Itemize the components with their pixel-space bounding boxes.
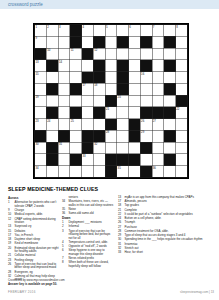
clue-number: 36 bbox=[62, 211, 68, 215]
grid-cell: 12 bbox=[94, 48, 105, 59]
grid-cell bbox=[164, 119, 175, 130]
black-cell bbox=[94, 131, 105, 142]
black-cell bbox=[35, 48, 46, 59]
cell-number: 24 bbox=[47, 119, 50, 122]
grid-cell bbox=[176, 60, 187, 71]
black-cell bbox=[176, 95, 187, 106]
clue-item: 6Sleep hygiene is one way to manage this… bbox=[62, 249, 114, 256]
clue-item: 5Opposite of "nod off", 2 words bbox=[62, 244, 114, 248]
black-cell bbox=[70, 25, 81, 36]
grid-cell bbox=[164, 95, 175, 106]
black-cell bbox=[94, 37, 105, 48]
black-cell bbox=[82, 48, 93, 59]
clue-item: 4Temperature-control unit, abbr. bbox=[62, 240, 114, 244]
clue-text: Top grades bbox=[125, 204, 139, 207]
cell-number: 18 bbox=[94, 84, 97, 87]
black-cell bbox=[94, 107, 105, 118]
clue-text: Charge bbox=[15, 208, 25, 211]
clue-item: 15Debates bbox=[8, 229, 59, 233]
header-band: crossword puzzle bbox=[0, 0, 219, 9]
grid-cell bbox=[152, 84, 163, 95]
clue-number: 9 bbox=[8, 208, 14, 212]
grid-cell bbox=[141, 25, 152, 36]
grid-cell bbox=[152, 154, 163, 165]
cell-number: 13 bbox=[36, 60, 39, 63]
clue-number: 2 bbox=[62, 225, 68, 229]
clue-number: 1 bbox=[8, 201, 14, 205]
cell-number: 7 bbox=[153, 25, 155, 28]
black-cell bbox=[141, 142, 152, 153]
grid-cell bbox=[35, 154, 46, 165]
grid-cell bbox=[176, 131, 187, 142]
clue-number: 32 bbox=[118, 246, 124, 250]
cell-number: 1 bbox=[36, 25, 38, 28]
grid-cell bbox=[70, 131, 81, 142]
grid-cell bbox=[58, 119, 69, 130]
black-cell bbox=[94, 60, 105, 71]
grid-cell bbox=[47, 72, 58, 83]
clue-number: 4 bbox=[62, 240, 68, 244]
clue-text: Stretch out bbox=[125, 246, 139, 249]
clue-number: 21 bbox=[118, 208, 124, 212]
header-label: crossword puzzle bbox=[8, 2, 43, 7]
clue-text: Feeling sleepy bbox=[15, 258, 34, 261]
clue-text: Spending time in the ___ helps regulate … bbox=[125, 238, 203, 241]
cell-number: 28 bbox=[106, 131, 109, 134]
grid-cell bbox=[58, 72, 69, 83]
clue-number: 24 bbox=[118, 216, 124, 220]
grid-cell: 31 bbox=[58, 142, 69, 153]
grid-cell bbox=[94, 166, 105, 177]
clue-number: 26 bbox=[8, 262, 14, 266]
grid-cell bbox=[58, 107, 69, 118]
grid-cell bbox=[94, 154, 105, 165]
clue-number: 21 bbox=[8, 254, 14, 258]
grid-cell: 24 bbox=[47, 119, 58, 130]
grid-cell: 10 bbox=[47, 48, 58, 59]
black-cell bbox=[70, 84, 81, 95]
clue-text: Daytime short sleep bbox=[15, 237, 41, 240]
grid-cell bbox=[47, 131, 58, 142]
black-cell bbox=[47, 154, 58, 165]
grid-cell bbox=[152, 131, 163, 142]
grid-cell: 22 bbox=[176, 107, 187, 118]
black-cell bbox=[105, 154, 116, 165]
footer-credit: Crossword by www.mycrosswordmaker.com bbox=[8, 279, 65, 282]
black-cell bbox=[152, 107, 163, 118]
clue-number: 33 bbox=[118, 250, 124, 254]
black-cell bbox=[141, 37, 152, 48]
grid-cell bbox=[117, 131, 128, 142]
grid-cell bbox=[129, 72, 140, 83]
clue-number: 3 bbox=[62, 229, 68, 233]
clue-item: 3Type of exercise that can be relaxing b… bbox=[62, 229, 114, 240]
grid-cell bbox=[152, 95, 163, 106]
black-cell bbox=[82, 131, 93, 142]
grid-cell bbox=[105, 84, 116, 95]
grid-cell bbox=[105, 37, 116, 48]
clue-number: 34 bbox=[62, 199, 68, 203]
grid-cell bbox=[82, 60, 93, 71]
black-cell bbox=[164, 37, 175, 48]
black-cell bbox=[94, 72, 105, 83]
grid-cell bbox=[129, 142, 140, 153]
clue-item: 26Type of exercise that can lead to bett… bbox=[8, 262, 59, 269]
grid-cell bbox=[82, 95, 93, 106]
black-cell bbox=[141, 60, 152, 71]
clue-item: 1Deployment ___ missions bbox=[62, 220, 114, 224]
clue-item: 17Almonds, pecans bbox=[118, 199, 216, 203]
grid-cell bbox=[164, 166, 175, 177]
clue-text: Evergreen, eg bbox=[15, 270, 33, 273]
grid-cell bbox=[35, 107, 46, 118]
cell-number: 30 bbox=[36, 142, 39, 145]
grid-cell: 34 bbox=[35, 166, 46, 177]
clue-item: 22It could be part of a "rainbow" select… bbox=[118, 212, 216, 216]
grid-cell bbox=[117, 107, 128, 118]
grid-cell bbox=[58, 95, 69, 106]
clue-text: Complete bbox=[125, 208, 137, 211]
clue-item: 12CPAP setting determined during titrati… bbox=[8, 217, 59, 224]
clue-number: 27 bbox=[118, 225, 124, 229]
black-cell bbox=[47, 60, 58, 71]
footer-answer-note: Answer key is available on page 50. bbox=[8, 283, 57, 286]
grid-cell: 28 bbox=[105, 131, 116, 142]
grid-cell bbox=[58, 154, 69, 165]
grid-cell bbox=[129, 48, 140, 59]
cell-number: 34 bbox=[36, 166, 39, 169]
clue-column-2: seniors34Mountains, trees, rivers, etc —… bbox=[62, 195, 114, 268]
grid-cell: 6 bbox=[129, 25, 140, 36]
black-cell bbox=[117, 72, 128, 83]
grid-cell: 8 bbox=[176, 25, 187, 36]
clue-text: Insomniac bbox=[125, 242, 138, 245]
clue-item: 2Informal bbox=[62, 225, 114, 229]
cell-number: 25 bbox=[71, 119, 74, 122]
clue-item: 29Type of sleep that occurs during stage… bbox=[118, 233, 216, 237]
grid-cell bbox=[152, 48, 163, 59]
cell-number: 16 bbox=[141, 72, 144, 75]
cell-number: 29 bbox=[141, 131, 144, 134]
grid-cell bbox=[117, 142, 128, 153]
grid-cell bbox=[164, 72, 175, 83]
black-cell bbox=[105, 166, 116, 177]
grid-cell bbox=[129, 95, 140, 106]
clue-number: 12 bbox=[8, 217, 14, 221]
grid-cell bbox=[164, 48, 175, 59]
cell-number: 4 bbox=[82, 25, 84, 28]
grid-cell bbox=[70, 142, 81, 153]
clue-text: Triumph bbox=[125, 221, 136, 224]
clue-item: 18Daytime short sleep bbox=[8, 237, 59, 241]
clue-text: You, in French bbox=[15, 233, 34, 236]
clue-text: Purchase bbox=[125, 225, 137, 228]
grid-cell bbox=[176, 142, 187, 153]
clue-text: Surprised cry bbox=[15, 225, 32, 228]
grid-cell bbox=[176, 154, 187, 165]
grid-cell: 11 bbox=[70, 48, 81, 59]
clue-number: 28 bbox=[118, 229, 124, 233]
clue-item: 21Cellular material bbox=[8, 254, 59, 258]
grid-cell bbox=[94, 119, 105, 130]
grid-cell: 21 bbox=[105, 107, 116, 118]
clue-item: 36Same-old same-old bbox=[62, 211, 114, 215]
grid-cell bbox=[176, 48, 187, 59]
black-cell bbox=[141, 107, 152, 118]
grid-cell bbox=[105, 60, 116, 71]
cell-number: 3 bbox=[59, 25, 61, 28]
grid-cell bbox=[47, 95, 58, 106]
cell-number: 21 bbox=[106, 107, 109, 110]
black-cell bbox=[117, 154, 128, 165]
clue-column-1: Across1Alternative for patients who can'… bbox=[8, 195, 59, 282]
grid-cell: 15 bbox=[35, 72, 46, 83]
clue-text: Alternative for patients who can't toler… bbox=[15, 201, 57, 208]
grid-cell bbox=[129, 37, 140, 48]
grid-cell: 9 bbox=[35, 37, 46, 48]
cell-number: 5 bbox=[106, 25, 108, 28]
cell-number: 11 bbox=[71, 48, 74, 51]
grid-cell: 23 bbox=[35, 119, 46, 130]
clue-column-3: 13myAir is an app from this company that… bbox=[118, 195, 216, 255]
clue-continuation: seniors bbox=[62, 195, 114, 199]
grid-cell bbox=[129, 84, 140, 95]
black-cell bbox=[129, 154, 140, 165]
grid-cell: 30 bbox=[35, 142, 46, 153]
grid-cell: 2 bbox=[47, 25, 58, 36]
clue-item: 31Insomniac bbox=[118, 242, 216, 246]
grid-cell bbox=[129, 166, 140, 177]
clue-text: Cellular material bbox=[15, 254, 36, 257]
clue-number: 18 bbox=[118, 204, 124, 208]
grid-cell bbox=[117, 25, 128, 36]
grid-cell: 4 bbox=[82, 25, 93, 36]
black-cell bbox=[105, 95, 116, 106]
clue-number: 13 bbox=[118, 195, 124, 199]
clue-number: 23 bbox=[8, 258, 14, 262]
grid-cell: 33 bbox=[82, 154, 93, 165]
grid-cell bbox=[70, 72, 81, 83]
cell-number: 27 bbox=[153, 119, 156, 122]
footer-page-ref: sleepreviewmag.com | 13 bbox=[180, 291, 214, 294]
grid-cell bbox=[47, 37, 58, 48]
cell-number: 14 bbox=[59, 60, 62, 63]
grid-cell bbox=[152, 142, 163, 153]
cell-number: 19 bbox=[36, 95, 39, 98]
grid-cell bbox=[82, 166, 93, 177]
clue-text: myAir is an app from this company that m… bbox=[125, 195, 194, 198]
cell-number: 17 bbox=[82, 84, 85, 87]
grid-cell: 1 bbox=[35, 25, 46, 36]
grid-cell bbox=[58, 37, 69, 48]
clue-number: 15 bbox=[8, 229, 14, 233]
clue-item: 19Kind of membrane bbox=[8, 242, 59, 246]
clue-text: It could be part of a "rainbow" selectio… bbox=[125, 212, 193, 215]
cell-number: 15 bbox=[36, 72, 39, 75]
grid-cell: 13 bbox=[35, 60, 46, 71]
clue-number: 19 bbox=[8, 242, 14, 246]
cell-number: 9 bbox=[36, 37, 38, 40]
clue-text: CPAP setting determined during titration bbox=[15, 217, 56, 224]
grid-cell bbox=[129, 107, 140, 118]
clue-text: Nerve-related prefix bbox=[69, 256, 94, 259]
grid-cell: 25 bbox=[70, 119, 81, 130]
grid-cell bbox=[70, 166, 81, 177]
cell-number: 8 bbox=[176, 25, 178, 28]
clue-item: 7Nerve-related prefix bbox=[62, 256, 114, 260]
grid-cell bbox=[129, 60, 140, 71]
grid-cell bbox=[152, 37, 163, 48]
black-cell bbox=[164, 84, 175, 95]
clue-number: 10 bbox=[8, 213, 14, 217]
black-cell bbox=[47, 107, 58, 118]
clue-text: Medical experts, abbr. bbox=[15, 213, 43, 216]
clue-number: 1 bbox=[62, 220, 68, 224]
clue-number: 17 bbox=[8, 233, 14, 237]
grid-cell bbox=[35, 84, 46, 95]
clue-number: 31 bbox=[118, 242, 124, 246]
grid-cell: 36 bbox=[152, 166, 163, 177]
clue-text: Informal bbox=[69, 225, 79, 228]
clue-text: Common treatment for OSA, abbr. bbox=[125, 229, 169, 232]
black-cell bbox=[129, 119, 140, 130]
grid-cell bbox=[141, 95, 152, 106]
black-cell bbox=[117, 84, 128, 95]
clue-number: 17 bbox=[118, 199, 124, 203]
black-cell bbox=[164, 107, 175, 118]
clue-text: Sleep hygiene is one way to manage this … bbox=[69, 249, 105, 256]
black-cell bbox=[70, 107, 81, 118]
grid-cell bbox=[176, 37, 187, 48]
grid-cell bbox=[117, 48, 128, 59]
clues-title: SLEEP MEDICINE-THEMED CLUES bbox=[8, 186, 98, 192]
grid-cell: 14 bbox=[58, 60, 69, 71]
clue-item: 20Estimated sleep duration per night for… bbox=[8, 246, 59, 253]
cell-number: 23 bbox=[36, 119, 39, 122]
grid-cell: 35 bbox=[117, 166, 128, 177]
cell-number: 32 bbox=[94, 142, 97, 145]
clue-text: Same-old same-old bbox=[69, 211, 94, 214]
clue-item: 13Surprised cry bbox=[8, 225, 59, 229]
black-cell bbox=[129, 131, 140, 142]
clue-number: 35 bbox=[62, 207, 68, 211]
magazine-page: crossword puzzle 12345678910111213141516… bbox=[0, 0, 219, 300]
grid-cell: 32 bbox=[94, 142, 105, 153]
black-cell bbox=[141, 166, 152, 177]
clue-list-header: Across bbox=[8, 196, 59, 200]
clue-item: 21Complete bbox=[118, 208, 216, 212]
black-cell bbox=[164, 154, 175, 165]
clue-item: 35Noise bbox=[62, 207, 114, 211]
clue-item: 27Purchase bbox=[118, 225, 216, 229]
clue-number: 26 bbox=[118, 221, 124, 225]
clue-item: 33Hour, for short bbox=[118, 250, 216, 254]
grid-cell: 7 bbox=[152, 25, 163, 36]
clue-item: 8When both of these are closed, hopefull… bbox=[62, 261, 114, 268]
black-cell bbox=[82, 142, 93, 153]
grid-cell bbox=[70, 60, 81, 71]
clue-item: 24Button on a cell phone, abbr. bbox=[118, 216, 216, 220]
cell-number: 12 bbox=[94, 48, 97, 51]
grid-cell bbox=[176, 72, 187, 83]
clue-item: 34Mountains, trees, rivers, etc — walks … bbox=[62, 199, 114, 206]
grid-cell: 18 bbox=[94, 84, 105, 95]
cell-number: 10 bbox=[47, 48, 50, 51]
clue-text: Opposite of "nod off", 2 words bbox=[69, 244, 107, 247]
clue-text: Button on a cell phone, abbr. bbox=[125, 216, 162, 219]
clue-item: 10Medical experts, abbr. bbox=[8, 213, 59, 217]
clue-text: Almonds, pecans bbox=[125, 199, 147, 202]
clue-item: 18Top grades bbox=[118, 204, 216, 208]
clue-number: 22 bbox=[118, 212, 124, 216]
grid-cell bbox=[70, 95, 81, 106]
clue-item: 13myAir is an app from this company that… bbox=[118, 195, 216, 199]
grid-cell bbox=[152, 60, 163, 71]
grid-cell: 5 bbox=[105, 25, 116, 36]
clue-number: 32 bbox=[8, 274, 14, 278]
clue-number: 7 bbox=[62, 256, 68, 260]
grid-cell bbox=[152, 72, 163, 83]
black-cell bbox=[47, 142, 58, 153]
clue-item: 17You, in French bbox=[8, 233, 59, 237]
clue-text: Deployment ___ missions bbox=[69, 220, 102, 223]
clue-text: Type of sleep that occurs during stages … bbox=[125, 233, 186, 236]
grid-cell: 16 bbox=[141, 72, 152, 83]
grid-cell: 17 bbox=[82, 84, 93, 95]
grid-cell bbox=[58, 84, 69, 95]
clue-text: Hour, for short bbox=[125, 250, 143, 253]
black-cell bbox=[117, 37, 128, 48]
clue-item: 28Common treatment for OSA, abbr. bbox=[118, 229, 216, 233]
black-cell bbox=[47, 84, 58, 95]
clue-number: 13 bbox=[8, 225, 14, 229]
cell-number: 33 bbox=[82, 154, 85, 157]
grid-cell bbox=[176, 119, 187, 130]
grid-cell bbox=[176, 166, 187, 177]
grid-cell bbox=[105, 72, 116, 83]
grid-cell bbox=[176, 84, 187, 95]
grid-cell: 20 bbox=[117, 95, 128, 106]
clue-number: 20 bbox=[8, 246, 14, 250]
clue-item: 32Stretch out bbox=[118, 246, 216, 250]
clue-number: 28 bbox=[8, 270, 14, 274]
footer-date: FEBRUARY 2016 bbox=[8, 291, 36, 294]
black-cell bbox=[58, 131, 69, 142]
clue-number: 6 bbox=[62, 249, 68, 253]
clue-text: When both of these are closed, hopefully… bbox=[69, 261, 109, 268]
clue-number: 30 bbox=[118, 238, 124, 242]
grid-cell bbox=[82, 119, 93, 130]
grid-cell bbox=[141, 48, 152, 59]
crossword-grid: 1234567891011121314151617181920212223242… bbox=[33, 23, 189, 179]
grid-cell bbox=[105, 48, 116, 59]
grid-cell: 29 bbox=[141, 131, 152, 142]
grid-cell bbox=[82, 37, 93, 48]
grid-cell: 27 bbox=[152, 119, 163, 130]
grid-cell: 26 bbox=[141, 119, 152, 130]
clue-number: 29 bbox=[118, 233, 124, 237]
clue-text: Type of exercise that can be relaxing be… bbox=[69, 229, 111, 239]
cell-number: 26 bbox=[141, 119, 144, 122]
clue-text: Noise bbox=[69, 207, 76, 210]
cell-number: 6 bbox=[129, 25, 131, 28]
grid-cell bbox=[105, 142, 116, 153]
cell-number: 35 bbox=[118, 166, 121, 169]
black-cell bbox=[70, 154, 81, 165]
grid-cell bbox=[82, 107, 93, 118]
clue-item: 28Evergreen, eg bbox=[8, 270, 59, 274]
grid-cell bbox=[117, 119, 128, 130]
